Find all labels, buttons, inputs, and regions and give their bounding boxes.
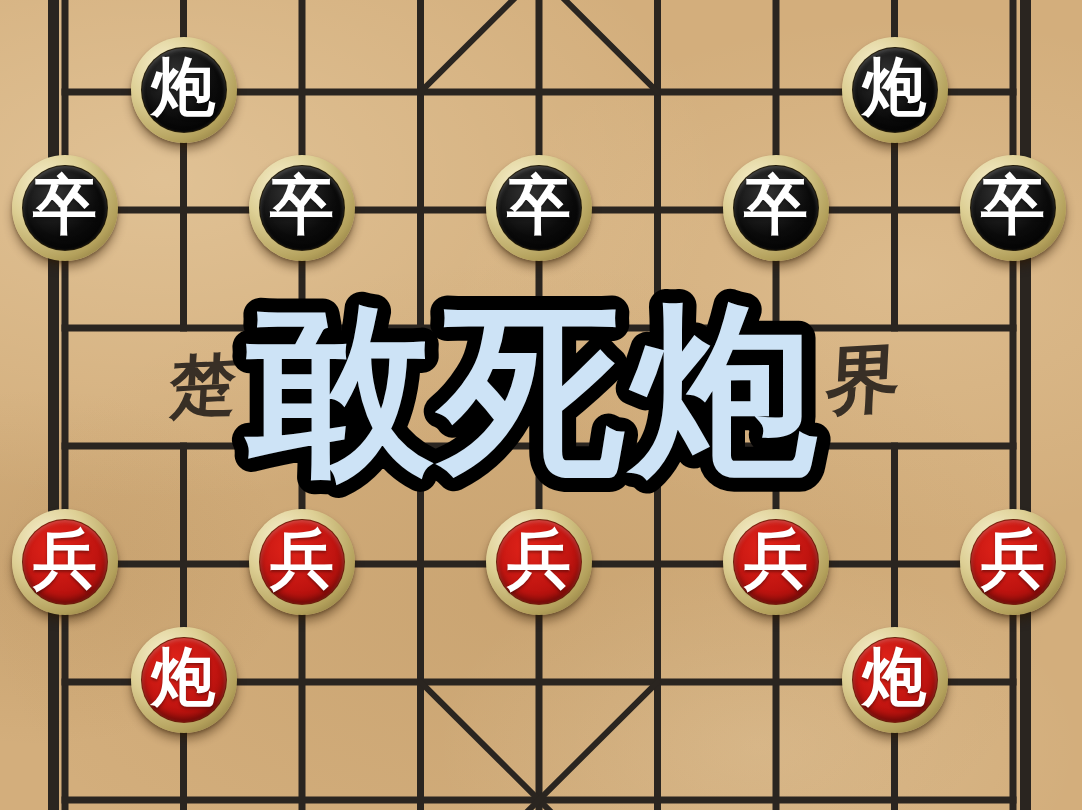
piece-character: 炮	[152, 56, 216, 120]
piece-disc: 卒	[22, 165, 108, 251]
piece-black-soldier[interactable]: 卒	[960, 155, 1066, 261]
piece-disc: 卒	[259, 165, 345, 251]
piece-black-cannon[interactable]: 炮	[131, 37, 237, 143]
river-label-chu: 楚	[168, 351, 238, 420]
piece-black-soldier[interactable]: 卒	[723, 155, 829, 261]
piece-disc: 兵	[733, 519, 819, 605]
piece-character: 兵	[744, 528, 808, 592]
piece-disc: 兵	[259, 519, 345, 605]
piece-disc: 炮	[852, 47, 938, 133]
piece-black-soldier[interactable]: 卒	[249, 155, 355, 261]
piece-red-soldier[interactable]: 兵	[249, 509, 355, 615]
piece-character: 兵	[33, 528, 97, 592]
piece-character: 卒	[744, 174, 808, 238]
piece-disc: 卒	[733, 165, 819, 251]
piece-character: 炮	[152, 646, 216, 710]
piece-disc: 炮	[141, 637, 227, 723]
piece-red-cannon[interactable]: 炮	[842, 627, 948, 733]
piece-character: 兵	[981, 528, 1045, 592]
piece-red-soldier[interactable]: 兵	[723, 509, 829, 615]
piece-character: 兵	[270, 528, 334, 592]
piece-black-soldier[interactable]: 卒	[486, 155, 592, 261]
piece-disc: 兵	[970, 519, 1056, 605]
piece-black-soldier[interactable]: 卒	[12, 155, 118, 261]
piece-character: 卒	[507, 174, 571, 238]
piece-red-soldier[interactable]: 兵	[12, 509, 118, 615]
piece-character: 炮	[863, 646, 927, 710]
piece-red-soldier[interactable]: 兵	[486, 509, 592, 615]
piece-disc: 卒	[496, 165, 582, 251]
piece-character: 卒	[270, 174, 334, 238]
piece-black-cannon[interactable]: 炮	[842, 37, 948, 143]
river-label-jie: 界	[824, 341, 902, 419]
piece-disc: 兵	[496, 519, 582, 605]
piece-red-soldier[interactable]: 兵	[960, 509, 1066, 615]
piece-disc: 兵	[22, 519, 108, 605]
piece-disc: 炮	[852, 637, 938, 723]
piece-character: 卒	[981, 174, 1045, 238]
piece-character: 卒	[33, 174, 97, 238]
xiangqi-board: 楚 界 炮炮卒卒卒卒卒兵兵兵兵兵炮炮 敢死炮	[0, 0, 1082, 810]
piece-disc: 炮	[141, 47, 227, 133]
piece-character: 炮	[863, 56, 927, 120]
piece-character: 兵	[507, 528, 571, 592]
piece-red-cannon[interactable]: 炮	[131, 627, 237, 733]
piece-disc: 卒	[970, 165, 1056, 251]
